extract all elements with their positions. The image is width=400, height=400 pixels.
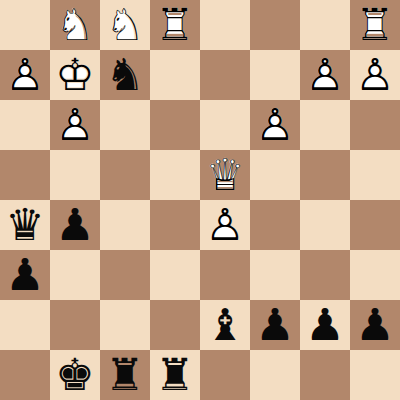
square-e8[interactable]: [200, 0, 250, 50]
black-rook[interactable]: ♜: [100, 350, 150, 400]
square-g8[interactable]: [300, 0, 350, 50]
black-pawn[interactable]: ♟: [0, 250, 50, 300]
square-a8[interactable]: [0, 0, 50, 50]
square-c2[interactable]: [100, 300, 150, 350]
black-bishop[interactable]: ♝: [200, 300, 250, 350]
square-f6[interactable]: ♟♙: [250, 100, 300, 150]
white-pawn[interactable]: ♟♙: [0, 50, 50, 100]
square-b1[interactable]: ♚: [50, 350, 100, 400]
square-c7[interactable]: ♞: [100, 50, 150, 100]
piece-outline-glyph: ♙: [200, 200, 250, 250]
black-queen[interactable]: ♛: [0, 200, 50, 250]
square-h6[interactable]: [350, 100, 400, 150]
piece-outline-glyph: ♕: [200, 150, 250, 200]
square-h5[interactable]: [350, 150, 400, 200]
square-f8[interactable]: [250, 0, 300, 50]
piece-glyph: ♛: [0, 200, 50, 250]
square-g5[interactable]: [300, 150, 350, 200]
square-d7[interactable]: [150, 50, 200, 100]
piece-glyph: ♟: [350, 300, 400, 350]
white-pawn[interactable]: ♟♙: [200, 200, 250, 250]
square-h7[interactable]: ♟♙: [350, 50, 400, 100]
square-d6[interactable]: [150, 100, 200, 150]
square-e3[interactable]: [200, 250, 250, 300]
square-h3[interactable]: [350, 250, 400, 300]
square-f3[interactable]: [250, 250, 300, 300]
square-h4[interactable]: [350, 200, 400, 250]
square-a6[interactable]: [0, 100, 50, 150]
square-e5[interactable]: ♛♕: [200, 150, 250, 200]
square-h8[interactable]: ♜♖: [350, 0, 400, 50]
square-f2[interactable]: ♟: [250, 300, 300, 350]
square-d1[interactable]: ♜: [150, 350, 200, 400]
black-knight[interactable]: ♞: [100, 50, 150, 100]
piece-outline-glyph: ♘: [50, 0, 100, 50]
square-c4[interactable]: [100, 200, 150, 250]
piece-glyph: ♟: [50, 200, 100, 250]
square-e1[interactable]: [200, 350, 250, 400]
square-a4[interactable]: ♛: [0, 200, 50, 250]
black-pawn[interactable]: ♟: [50, 200, 100, 250]
square-f7[interactable]: [250, 50, 300, 100]
white-pawn[interactable]: ♟♙: [300, 50, 350, 100]
piece-glyph: ♜: [100, 350, 150, 400]
white-pawn[interactable]: ♟♙: [350, 50, 400, 100]
white-pawn[interactable]: ♟♙: [250, 100, 300, 150]
square-b3[interactable]: [50, 250, 100, 300]
piece-outline-glyph: ♙: [50, 100, 100, 150]
square-a7[interactable]: ♟♙: [0, 50, 50, 100]
piece-glyph: ♟: [250, 300, 300, 350]
square-b2[interactable]: [50, 300, 100, 350]
piece-outline-glyph: ♙: [300, 50, 350, 100]
square-g2[interactable]: ♟: [300, 300, 350, 350]
square-f4[interactable]: [250, 200, 300, 250]
square-d5[interactable]: [150, 150, 200, 200]
square-g6[interactable]: [300, 100, 350, 150]
black-pawn[interactable]: ♟: [350, 300, 400, 350]
square-g4[interactable]: [300, 200, 350, 250]
black-rook[interactable]: ♜: [150, 350, 200, 400]
square-e6[interactable]: [200, 100, 250, 150]
square-c1[interactable]: ♜: [100, 350, 150, 400]
piece-glyph: ♝: [200, 300, 250, 350]
square-g3[interactable]: [300, 250, 350, 300]
white-pawn[interactable]: ♟♙: [50, 100, 100, 150]
white-king[interactable]: ♚♔: [50, 50, 100, 100]
square-d3[interactable]: [150, 250, 200, 300]
white-queen[interactable]: ♛♕: [200, 150, 250, 200]
chess-board-window: ♞♘♞♘♜♖♜♖♟♙♚♔♞♟♙♟♙♟♙♟♙♛♕♛♟♟♙♟♝♟♟♟♚♜♜: [0, 0, 400, 400]
black-king[interactable]: ♚: [50, 350, 100, 400]
square-h1[interactable]: [350, 350, 400, 400]
square-e4[interactable]: ♟♙: [200, 200, 250, 250]
square-d2[interactable]: [150, 300, 200, 350]
square-b6[interactable]: ♟♙: [50, 100, 100, 150]
black-pawn[interactable]: ♟: [300, 300, 350, 350]
piece-outline-glyph: ♘: [100, 0, 150, 50]
piece-outline-glyph: ♔: [50, 50, 100, 100]
square-b7[interactable]: ♚♔: [50, 50, 100, 100]
piece-glyph: ♜: [150, 350, 200, 400]
chess-board: ♞♘♞♘♜♖♜♖♟♙♚♔♞♟♙♟♙♟♙♟♙♛♕♛♟♟♙♟♝♟♟♟♚♜♜: [0, 0, 400, 400]
square-g1[interactable]: [300, 350, 350, 400]
piece-outline-glyph: ♙: [350, 50, 400, 100]
piece-outline-glyph: ♙: [250, 100, 300, 150]
square-f5[interactable]: [250, 150, 300, 200]
square-e7[interactable]: [200, 50, 250, 100]
black-pawn[interactable]: ♟: [250, 300, 300, 350]
square-a5[interactable]: [0, 150, 50, 200]
white-knight[interactable]: ♞♘: [50, 0, 100, 50]
square-a3[interactable]: ♟: [0, 250, 50, 300]
piece-outline-glyph: ♖: [350, 0, 400, 50]
square-g7[interactable]: ♟♙: [300, 50, 350, 100]
white-knight[interactable]: ♞♘: [100, 0, 150, 50]
square-b8[interactable]: ♞♘: [50, 0, 100, 50]
white-rook[interactable]: ♜♖: [350, 0, 400, 50]
piece-outline-glyph: ♙: [0, 50, 50, 100]
square-c6[interactable]: [100, 100, 150, 150]
piece-glyph: ♟: [300, 300, 350, 350]
piece-glyph: ♞: [100, 50, 150, 100]
square-a2[interactable]: [0, 300, 50, 350]
square-a1[interactable]: [0, 350, 50, 400]
square-d4[interactable]: [150, 200, 200, 250]
piece-glyph: ♚: [50, 350, 100, 400]
white-rook[interactable]: ♜♖: [150, 0, 200, 50]
square-b5[interactable]: [50, 150, 100, 200]
square-c8[interactable]: ♞♘: [100, 0, 150, 50]
square-e2[interactable]: ♝: [200, 300, 250, 350]
square-d8[interactable]: ♜♖: [150, 0, 200, 50]
piece-glyph: ♟: [0, 250, 50, 300]
square-b4[interactable]: ♟: [50, 200, 100, 250]
square-h2[interactable]: ♟: [350, 300, 400, 350]
square-c5[interactable]: [100, 150, 150, 200]
piece-outline-glyph: ♖: [150, 0, 200, 50]
square-f1[interactable]: [250, 350, 300, 400]
square-c3[interactable]: [100, 250, 150, 300]
